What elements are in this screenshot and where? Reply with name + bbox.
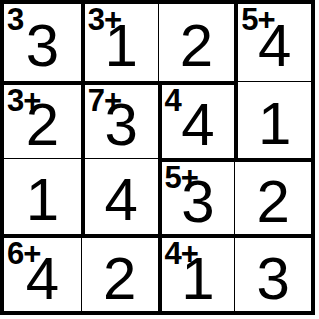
cell-value: 2: [180, 16, 213, 76]
cell-r1c2[interactable]: 44: [158, 81, 235, 158]
kenken-page: 333+125+43+27+3441145+326+424+13: [0, 0, 319, 319]
cell-value: 4: [181, 95, 214, 155]
cell-r0c3[interactable]: 5+4: [234, 4, 311, 81]
cell-value: 1: [26, 170, 59, 230]
cell-r0c2[interactable]: 2: [158, 4, 235, 81]
cell-value: 1: [258, 94, 291, 154]
cell-value: 2: [26, 95, 59, 155]
cell-r3c2[interactable]: 4+1: [158, 234, 235, 311]
cell-r1c1[interactable]: 7+3: [81, 81, 158, 158]
cell-value: 3: [104, 95, 137, 155]
cage-clue: 4: [165, 85, 181, 116]
cell-r3c3[interactable]: 3: [234, 234, 311, 311]
cell-value: 3: [181, 172, 214, 232]
cell-r2c2[interactable]: 5+3: [158, 158, 235, 235]
cell-r2c3[interactable]: 2: [234, 158, 311, 235]
cell-value: 2: [103, 249, 136, 309]
cell-r3c1[interactable]: 2: [81, 234, 158, 311]
cell-value: 1: [181, 249, 214, 309]
cage-clue: 3: [7, 4, 23, 35]
cell-r0c0[interactable]: 33: [4, 4, 81, 81]
kenken-board: 333+125+43+27+3441145+326+424+13: [0, 0, 315, 315]
cell-r1c3[interactable]: 1: [234, 81, 311, 158]
cell-value: 2: [256, 172, 289, 232]
cell-value: 3: [26, 16, 59, 76]
cell-value: 4: [258, 16, 291, 76]
cell-value: 4: [26, 249, 59, 309]
cell-r0c1[interactable]: 3+1: [81, 4, 158, 81]
cell-value: 4: [104, 170, 137, 230]
cell-r3c0[interactable]: 6+4: [4, 234, 81, 311]
cell-value: 1: [104, 16, 137, 76]
cell-r1c0[interactable]: 3+2: [4, 81, 81, 158]
cell-value: 3: [256, 249, 289, 309]
cell-r2c1[interactable]: 4: [81, 158, 158, 235]
cell-r2c0[interactable]: 1: [4, 158, 81, 235]
